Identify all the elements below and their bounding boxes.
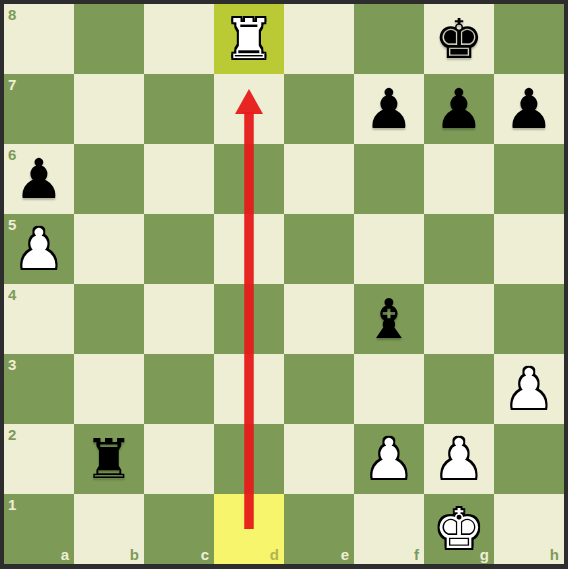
square-a4[interactable]: 4 bbox=[4, 284, 74, 354]
piece-black-pawn-h7[interactable]: ♟ bbox=[504, 74, 553, 144]
piece-black-king-g8[interactable]: ♚ bbox=[434, 4, 483, 74]
rank-label-2: 2 bbox=[8, 426, 16, 443]
piece-white-rook-d8[interactable]: ♜ bbox=[224, 4, 273, 74]
square-d5[interactable] bbox=[214, 214, 284, 284]
square-a1[interactable]: 1a bbox=[4, 494, 74, 564]
square-c5[interactable] bbox=[144, 214, 214, 284]
square-h7[interactable]: ♟ bbox=[494, 74, 564, 144]
rank-label-8: 8 bbox=[8, 6, 16, 23]
square-b5[interactable] bbox=[74, 214, 144, 284]
square-b8[interactable] bbox=[74, 4, 144, 74]
square-e4[interactable] bbox=[284, 284, 354, 354]
square-b4[interactable] bbox=[74, 284, 144, 354]
file-label-f: f bbox=[414, 546, 419, 563]
square-g2[interactable]: ♟ bbox=[424, 424, 494, 494]
square-d6[interactable] bbox=[214, 144, 284, 214]
piece-black-pawn-a6[interactable]: ♟ bbox=[14, 144, 63, 214]
square-g4[interactable] bbox=[424, 284, 494, 354]
file-label-c: c bbox=[201, 546, 209, 563]
square-g1[interactable]: g♚ bbox=[424, 494, 494, 564]
rank-label-1: 1 bbox=[8, 496, 16, 513]
square-d8[interactable]: ♜ bbox=[214, 4, 284, 74]
square-b2[interactable]: ♜ bbox=[74, 424, 144, 494]
piece-white-pawn-h3[interactable]: ♟ bbox=[504, 354, 553, 424]
rank-label-4: 4 bbox=[8, 286, 16, 303]
chess-board-frame: 8♜♚7♟♟♟6♟5♟4♝3♟2♜♟♟1abcdefg♚h bbox=[0, 0, 568, 569]
square-c2[interactable] bbox=[144, 424, 214, 494]
square-c3[interactable] bbox=[144, 354, 214, 424]
file-label-b: b bbox=[130, 546, 139, 563]
piece-white-king-g1[interactable]: ♚ bbox=[434, 494, 483, 564]
square-f3[interactable] bbox=[354, 354, 424, 424]
square-g7[interactable]: ♟ bbox=[424, 74, 494, 144]
piece-black-pawn-g7[interactable]: ♟ bbox=[434, 74, 483, 144]
square-a2[interactable]: 2 bbox=[4, 424, 74, 494]
square-g8[interactable]: ♚ bbox=[424, 4, 494, 74]
square-c4[interactable] bbox=[144, 284, 214, 354]
square-f5[interactable] bbox=[354, 214, 424, 284]
square-f7[interactable]: ♟ bbox=[354, 74, 424, 144]
square-a6[interactable]: 6♟ bbox=[4, 144, 74, 214]
square-f1[interactable]: f bbox=[354, 494, 424, 564]
square-e2[interactable] bbox=[284, 424, 354, 494]
piece-black-pawn-f7[interactable]: ♟ bbox=[364, 74, 413, 144]
piece-black-rook-b2[interactable]: ♜ bbox=[84, 424, 133, 494]
file-label-h: h bbox=[550, 546, 559, 563]
square-e3[interactable] bbox=[284, 354, 354, 424]
chess-board: 8♜♚7♟♟♟6♟5♟4♝3♟2♜♟♟1abcdefg♚h bbox=[4, 4, 564, 564]
square-d7[interactable] bbox=[214, 74, 284, 144]
square-c1[interactable]: c bbox=[144, 494, 214, 564]
square-g3[interactable] bbox=[424, 354, 494, 424]
square-h5[interactable] bbox=[494, 214, 564, 284]
square-d4[interactable] bbox=[214, 284, 284, 354]
square-b7[interactable] bbox=[74, 74, 144, 144]
file-label-d: d bbox=[270, 546, 279, 563]
square-h6[interactable] bbox=[494, 144, 564, 214]
piece-white-pawn-g2[interactable]: ♟ bbox=[434, 424, 483, 494]
square-a7[interactable]: 7 bbox=[4, 74, 74, 144]
square-c8[interactable] bbox=[144, 4, 214, 74]
square-c6[interactable] bbox=[144, 144, 214, 214]
square-g5[interactable] bbox=[424, 214, 494, 284]
square-g6[interactable] bbox=[424, 144, 494, 214]
square-e1[interactable]: e bbox=[284, 494, 354, 564]
square-a5[interactable]: 5♟ bbox=[4, 214, 74, 284]
square-e8[interactable] bbox=[284, 4, 354, 74]
piece-white-pawn-a5[interactable]: ♟ bbox=[14, 214, 63, 284]
square-d3[interactable] bbox=[214, 354, 284, 424]
square-h4[interactable] bbox=[494, 284, 564, 354]
square-h2[interactable] bbox=[494, 424, 564, 494]
piece-black-bishop-f4[interactable]: ♝ bbox=[364, 284, 413, 354]
square-a3[interactable]: 3 bbox=[4, 354, 74, 424]
file-label-e: e bbox=[341, 546, 349, 563]
square-e7[interactable] bbox=[284, 74, 354, 144]
square-d1[interactable]: d bbox=[214, 494, 284, 564]
square-h8[interactable] bbox=[494, 4, 564, 74]
square-e5[interactable] bbox=[284, 214, 354, 284]
square-c7[interactable] bbox=[144, 74, 214, 144]
square-f4[interactable]: ♝ bbox=[354, 284, 424, 354]
square-e6[interactable] bbox=[284, 144, 354, 214]
piece-white-pawn-f2[interactable]: ♟ bbox=[364, 424, 413, 494]
square-a8[interactable]: 8 bbox=[4, 4, 74, 74]
rank-label-3: 3 bbox=[8, 356, 16, 373]
square-b6[interactable] bbox=[74, 144, 144, 214]
square-h3[interactable]: ♟ bbox=[494, 354, 564, 424]
square-f8[interactable] bbox=[354, 4, 424, 74]
rank-label-7: 7 bbox=[8, 76, 16, 93]
square-b3[interactable] bbox=[74, 354, 144, 424]
square-f2[interactable]: ♟ bbox=[354, 424, 424, 494]
square-h1[interactable]: h bbox=[494, 494, 564, 564]
file-label-a: a bbox=[61, 546, 69, 563]
square-b1[interactable]: b bbox=[74, 494, 144, 564]
square-f6[interactable] bbox=[354, 144, 424, 214]
square-d2[interactable] bbox=[214, 424, 284, 494]
